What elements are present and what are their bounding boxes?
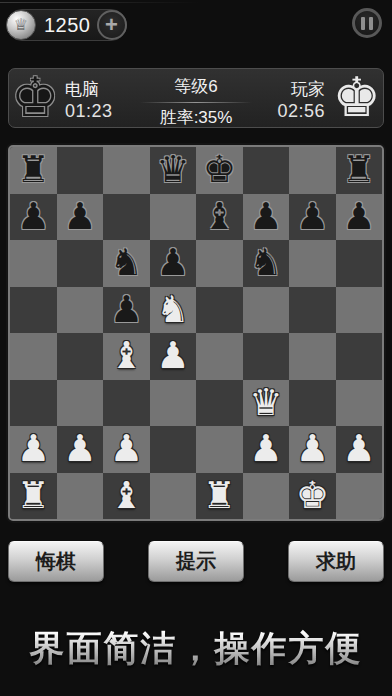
square-c6[interactable]: ♞ bbox=[103, 240, 150, 287]
square-d7[interactable] bbox=[150, 194, 197, 241]
pause-icon bbox=[369, 17, 373, 30]
square-b4[interactable] bbox=[57, 333, 104, 380]
piece-white-b-c4[interactable]: ♝ bbox=[110, 333, 143, 379]
piece-white-r-a1[interactable]: ♜ bbox=[17, 473, 50, 519]
square-a3[interactable] bbox=[10, 380, 57, 427]
square-g2[interactable]: ♟ bbox=[289, 426, 336, 473]
piece-black-p-h7[interactable]: ♟ bbox=[342, 194, 375, 240]
piece-white-r-e1[interactable]: ♜ bbox=[203, 473, 236, 519]
square-e1[interactable]: ♜ bbox=[196, 473, 243, 520]
piece-white-k-g1[interactable]: ♚ bbox=[296, 473, 329, 519]
piece-black-n-c6[interactable]: ♞ bbox=[110, 240, 143, 286]
square-g8[interactable] bbox=[289, 147, 336, 194]
piece-black-b-e7[interactable]: ♝ bbox=[203, 194, 236, 240]
square-d8[interactable]: ♛ bbox=[150, 147, 197, 194]
piece-black-p-c5[interactable]: ♟ bbox=[110, 287, 143, 333]
square-g3[interactable] bbox=[289, 380, 336, 427]
piece-white-q-f3[interactable]: ♛ bbox=[249, 380, 282, 426]
piece-black-p-a7[interactable]: ♟ bbox=[17, 194, 50, 240]
square-e6[interactable] bbox=[196, 240, 243, 287]
square-h7[interactable]: ♟ bbox=[336, 194, 383, 241]
square-f3[interactable]: ♛ bbox=[243, 380, 290, 427]
level-label: 等级6 bbox=[174, 75, 217, 98]
crown-coin-icon: ♕ bbox=[6, 10, 36, 40]
square-d2[interactable] bbox=[150, 426, 197, 473]
piece-white-p-c2[interactable]: ♟ bbox=[110, 426, 143, 472]
square-c7[interactable] bbox=[103, 194, 150, 241]
marketing-caption: 界面简洁，操作方便 bbox=[0, 625, 392, 672]
piece-black-p-f7[interactable]: ♟ bbox=[249, 194, 282, 240]
square-h5[interactable] bbox=[336, 287, 383, 334]
square-g7[interactable]: ♟ bbox=[289, 194, 336, 241]
square-g1[interactable]: ♚ bbox=[289, 473, 336, 520]
square-d3[interactable] bbox=[150, 380, 197, 427]
square-d5[interactable]: ♞ bbox=[150, 287, 197, 334]
rating-value: 1250 bbox=[36, 14, 97, 37]
square-d6[interactable]: ♟ bbox=[150, 240, 197, 287]
square-h8[interactable]: ♜ bbox=[336, 147, 383, 194]
square-f4[interactable] bbox=[243, 333, 290, 380]
square-f8[interactable] bbox=[243, 147, 290, 194]
square-h2[interactable]: ♟ bbox=[336, 426, 383, 473]
square-b3[interactable] bbox=[57, 380, 104, 427]
square-f5[interactable] bbox=[243, 287, 290, 334]
square-a5[interactable] bbox=[10, 287, 57, 334]
square-f1[interactable] bbox=[243, 473, 290, 520]
piece-white-p-h2[interactable]: ♟ bbox=[342, 426, 375, 472]
piece-white-p-b2[interactable]: ♟ bbox=[63, 426, 96, 472]
square-a8[interactable]: ♜ bbox=[10, 147, 57, 194]
undo-button[interactable]: 悔棋 bbox=[8, 541, 104, 582]
piece-white-p-g2[interactable]: ♟ bbox=[296, 426, 329, 472]
square-c1[interactable]: ♝ bbox=[103, 473, 150, 520]
chess-app: ♕ 1250 + ♚ 电脑 01:23 等级6 胜率:35% 玩家 02:56 … bbox=[0, 0, 392, 696]
square-c8[interactable] bbox=[103, 147, 150, 194]
square-h3[interactable] bbox=[336, 380, 383, 427]
hint-button[interactable]: 提示 bbox=[148, 541, 244, 582]
square-f6[interactable]: ♞ bbox=[243, 240, 290, 287]
square-g5[interactable] bbox=[289, 287, 336, 334]
square-c3[interactable] bbox=[103, 380, 150, 427]
square-b7[interactable]: ♟ bbox=[57, 194, 104, 241]
piece-white-p-d4[interactable]: ♟ bbox=[156, 333, 189, 379]
rating-badge: ♕ 1250 + bbox=[6, 9, 127, 41]
square-a2[interactable]: ♟ bbox=[10, 426, 57, 473]
piece-black-p-b7[interactable]: ♟ bbox=[63, 194, 96, 240]
players-panel: ♚ 电脑 01:23 等级6 胜率:35% 玩家 02:56 ♚ bbox=[8, 68, 384, 128]
square-e7[interactable]: ♝ bbox=[196, 194, 243, 241]
add-rating-button[interactable]: + bbox=[97, 10, 127, 40]
pause-button[interactable] bbox=[352, 8, 382, 38]
square-c2[interactable]: ♟ bbox=[103, 426, 150, 473]
player-label: 玩家 bbox=[291, 78, 325, 101]
white-king-icon: ♚ bbox=[333, 69, 381, 127]
square-e3[interactable] bbox=[196, 380, 243, 427]
square-d1[interactable] bbox=[150, 473, 197, 520]
piece-white-p-f2[interactable]: ♟ bbox=[249, 426, 282, 472]
square-b2[interactable]: ♟ bbox=[57, 426, 104, 473]
square-a6[interactable] bbox=[10, 240, 57, 287]
black-king-icon: ♚ bbox=[11, 69, 59, 127]
player-clock: 02:56 bbox=[277, 101, 325, 122]
square-c5[interactable]: ♟ bbox=[103, 287, 150, 334]
square-g6[interactable] bbox=[289, 240, 336, 287]
square-e4[interactable] bbox=[196, 333, 243, 380]
piece-black-q-d8[interactable]: ♛ bbox=[156, 147, 189, 193]
square-h4[interactable] bbox=[336, 333, 383, 380]
square-f7[interactable]: ♟ bbox=[243, 194, 290, 241]
square-a7[interactable]: ♟ bbox=[10, 194, 57, 241]
square-h6[interactable] bbox=[336, 240, 383, 287]
square-a1[interactable]: ♜ bbox=[10, 473, 57, 520]
square-h1[interactable] bbox=[336, 473, 383, 520]
piece-black-r-a8[interactable]: ♜ bbox=[17, 147, 50, 193]
square-e2[interactable] bbox=[196, 426, 243, 473]
divider bbox=[140, 102, 252, 103]
piece-white-n-d5[interactable]: ♞ bbox=[156, 287, 189, 333]
piece-white-p-a2[interactable]: ♟ bbox=[17, 426, 50, 472]
winrate-label: 胜率:35% bbox=[160, 106, 233, 129]
piece-black-p-d6[interactable]: ♟ bbox=[156, 240, 189, 286]
computer-clock: 01:23 bbox=[65, 101, 113, 122]
piece-black-p-g7[interactable]: ♟ bbox=[296, 194, 329, 240]
square-c4[interactable]: ♝ bbox=[103, 333, 150, 380]
piece-black-r-h8[interactable]: ♜ bbox=[342, 147, 375, 193]
square-d4[interactable]: ♟ bbox=[150, 333, 197, 380]
square-e8[interactable]: ♚ bbox=[196, 147, 243, 194]
square-b6[interactable] bbox=[57, 240, 104, 287]
pause-icon bbox=[361, 17, 365, 30]
chess-board[interactable]: ♜♛♚♜♟♟♝♟♟♟♞♟♞♟♞♝♟♛♟♟♟♟♟♟♜♝♜♚ bbox=[10, 147, 382, 519]
help-button[interactable]: 求助 bbox=[288, 541, 384, 582]
piece-black-n-f6[interactable]: ♞ bbox=[249, 240, 282, 286]
piece-black-k-e8[interactable]: ♚ bbox=[203, 147, 236, 193]
square-f2[interactable]: ♟ bbox=[243, 426, 290, 473]
square-a4[interactable] bbox=[10, 333, 57, 380]
chess-board-frame: ♜♛♚♜♟♟♝♟♟♟♞♟♞♟♞♝♟♛♟♟♟♟♟♟♜♝♜♚ bbox=[8, 145, 384, 521]
square-b8[interactable] bbox=[57, 147, 104, 194]
square-b5[interactable] bbox=[57, 287, 104, 334]
square-g4[interactable] bbox=[289, 333, 336, 380]
computer-label: 电脑 bbox=[65, 78, 99, 101]
square-e5[interactable] bbox=[196, 287, 243, 334]
piece-white-b-c1[interactable]: ♝ bbox=[110, 473, 143, 519]
square-b1[interactable] bbox=[57, 473, 104, 520]
top-bar: ♕ 1250 + bbox=[0, 0, 392, 50]
game-level-box: 等级6 胜率:35% bbox=[140, 75, 252, 129]
